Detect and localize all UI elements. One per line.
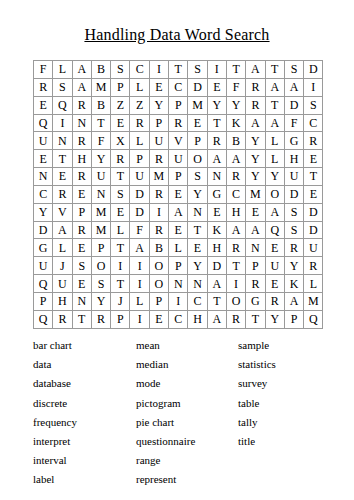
grid-cell-r4c8: R [168, 114, 187, 132]
grid-cell-r2c13: A [265, 78, 284, 96]
word-list-item: survey [238, 374, 333, 393]
grid-cell-r13c12: R [245, 274, 264, 292]
grid-cell-r11c15: U [303, 238, 322, 256]
grid-cell-r14c9: C [187, 292, 206, 310]
grid-cell-r1c10: I [207, 60, 226, 78]
grid-cell-r5c13: L [265, 131, 284, 149]
grid-cell-r5c15: R [303, 131, 322, 149]
grid-cell-r14c14: A [284, 292, 303, 310]
grid-cell-r14c8: I [168, 292, 187, 310]
grid-cell-r8c13: O [265, 185, 284, 203]
grid-cell-r13c13: E [265, 274, 284, 292]
grid-cell-r9c14: S [284, 203, 303, 221]
grid-cell-r1c4: B [91, 60, 110, 78]
grid-cell-r7c13: Y [265, 167, 284, 185]
grid-cell-r2c11: F [226, 78, 245, 96]
grid-cell-r9c9: N [187, 203, 206, 221]
grid-cell-r10c6: F [129, 221, 148, 239]
grid-cell-r12c7: O [149, 256, 168, 274]
grid-cell-r10c10: K [207, 221, 226, 239]
grid-cell-r6c4: Y [91, 149, 110, 167]
grid-cell-r8c8: E [168, 185, 187, 203]
grid-cell-r7c12: Y [245, 167, 264, 185]
word-list-item: data [33, 355, 136, 374]
grid-cell-r3c8: P [168, 96, 187, 114]
grid-cell-r7c15: T [303, 167, 322, 185]
word-list-item: frequency [33, 413, 136, 432]
grid-cell-r15c7: E [149, 310, 168, 328]
grid-cell-r13c5: T [110, 274, 129, 292]
page-title: Handling Data Word Search [0, 26, 354, 44]
grid-cell-r3c9: M [187, 96, 206, 114]
word-list-item: pie chart [136, 413, 238, 432]
grid-cell-r4c3: N [72, 114, 91, 132]
grid-cell-r8c5: S [110, 185, 129, 203]
grid-cell-r5c2: N [52, 131, 71, 149]
grid-cell-r7c8: P [168, 167, 187, 185]
grid-cell-r7c1: N [33, 167, 52, 185]
word-list-item: database [33, 374, 136, 393]
grid-cell-r3c15: S [303, 96, 322, 114]
grid-cell-r1c5: S [110, 60, 129, 78]
word-list-item: range [136, 451, 238, 470]
grid-cell-r4c6: R [129, 114, 148, 132]
grid-cell-r14c3: N [72, 292, 91, 310]
grid-cell-r15c4: R [91, 310, 110, 328]
grid-cell-r9c5: E [110, 203, 129, 221]
grid-cell-r8c6: D [129, 185, 148, 203]
grid-cell-r2c9: D [187, 78, 206, 96]
grid-cell-r1c15: D [303, 60, 322, 78]
grid-cell-r10c3: R [72, 221, 91, 239]
grid-cell-r13c3: E [72, 274, 91, 292]
grid-cell-r14c10: T [207, 292, 226, 310]
grid-cell-r8c11: C [226, 185, 245, 203]
worksheet-page: Handling Data Word Search FLABSCITSITATS… [0, 0, 354, 500]
grid-cell-r12c14: Y [284, 256, 303, 274]
grid-cell-r13c8: N [168, 274, 187, 292]
grid-cell-r7c7: M [149, 167, 168, 185]
grid-cell-r8c1: C [33, 185, 52, 203]
grid-cell-r5c14: G [284, 131, 303, 149]
grid-cell-r2c14: A [284, 78, 303, 96]
grid-cell-r8c14: D [284, 185, 303, 203]
grid-cell-r15c11: R [226, 310, 245, 328]
grid-cell-r12c2: J [52, 256, 71, 274]
grid-cell-r12c8: P [168, 256, 187, 274]
grid-cell-r5c1: U [33, 131, 52, 149]
grid-cell-r13c15: L [303, 274, 322, 292]
grid-cell-r4c4: T [91, 114, 110, 132]
grid-cell-r1c12: A [245, 60, 264, 78]
grid-cell-r1c7: I [149, 60, 168, 78]
grid-cell-r4c7: P [149, 114, 168, 132]
grid-cell-r15c3: T [72, 310, 91, 328]
grid-cell-r14c2: H [52, 292, 71, 310]
word-search-grid: FLABSCITSITATSDRSAMPLECDEFRAAIEQRBZZYPMY… [33, 60, 323, 329]
word-list-item: mean [136, 336, 238, 355]
grid-cell-r2c10: E [207, 78, 226, 96]
grid-cell-r6c15: E [303, 149, 322, 167]
grid-cell-r6c12: Y [245, 149, 264, 167]
grid-cell-r7c11: R [226, 167, 245, 185]
grid-cell-r3c6: Z [129, 96, 148, 114]
grid-cell-r3c1: E [33, 96, 52, 114]
grid-cell-r14c13: R [265, 292, 284, 310]
grid-cell-r10c7: R [149, 221, 168, 239]
grid-cell-r3c11: Y [226, 96, 245, 114]
grid-cell-r2c1: R [33, 78, 52, 96]
grid-cell-r10c8: E [168, 221, 187, 239]
grid-cell-r15c8: C [168, 310, 187, 328]
word-list-item: table [238, 394, 333, 413]
word-list-item: bar chart [33, 336, 136, 355]
grid-cell-r14c11: O [226, 292, 245, 310]
grid-cell-r5c6: L [129, 131, 148, 149]
grid-cell-r2c4: M [91, 78, 110, 96]
grid-cell-r6c14: H [284, 149, 303, 167]
grid-cell-r2c5: P [110, 78, 129, 96]
grid-cell-r6c13: L [265, 149, 284, 167]
grid-cell-r9c6: D [129, 203, 148, 221]
grid-cell-r6c2: T [52, 149, 71, 167]
grid-cell-r6c5: R [110, 149, 129, 167]
grid-cell-r11c4: P [91, 238, 110, 256]
grid-cell-r4c10: T [207, 114, 226, 132]
grid-cell-r12c6: I [129, 256, 148, 274]
grid-cell-r12c11: T [226, 256, 245, 274]
grid-cell-r4c14: F [284, 114, 303, 132]
grid-cell-r4c1: Q [33, 114, 52, 132]
grid-cell-r15c5: P [110, 310, 129, 328]
grid-cell-r10c9: T [187, 221, 206, 239]
grid-cell-r4c9: E [187, 114, 206, 132]
grid-cell-r15c14: P [284, 310, 303, 328]
grid-cell-r6c11: A [226, 149, 245, 167]
grid-cell-r13c14: K [284, 274, 303, 292]
grid-cell-r3c2: Q [52, 96, 71, 114]
grid-cell-r4c5: E [110, 114, 129, 132]
grid-cell-r2c15: I [303, 78, 322, 96]
grid-cell-r8c2: R [52, 185, 71, 203]
word-list-item: interpret [33, 432, 136, 451]
grid-cell-r9c3: P [72, 203, 91, 221]
word-list-item: sample [238, 336, 333, 355]
grid-cell-r9c8: A [168, 203, 187, 221]
grid-cell-r5c11: B [226, 131, 245, 149]
grid-cell-r1c14: S [284, 60, 303, 78]
word-list-item: pictogram [136, 394, 238, 413]
grid-cell-r10c5: L [110, 221, 129, 239]
grid-cell-r1c1: F [33, 60, 52, 78]
grid-cell-r2c12: R [245, 78, 264, 96]
grid-cell-r6c10: A [207, 149, 226, 167]
word-list-item: tally [238, 413, 333, 432]
grid-cell-r6c6: P [129, 149, 148, 167]
grid-cell-r8c12: M [245, 185, 264, 203]
grid-cell-r13c4: S [91, 274, 110, 292]
grid-cell-r6c8: U [168, 149, 187, 167]
grid-cell-r7c10: N [207, 167, 226, 185]
word-list-item: discrete [33, 394, 136, 413]
grid-cell-r2c6: L [129, 78, 148, 96]
grid-cell-r11c5: T [110, 238, 129, 256]
grid-cell-r12c5: I [110, 256, 129, 274]
grid-cell-r12c15: R [303, 256, 322, 274]
word-list-item: represent [136, 470, 238, 489]
grid-cell-r7c4: U [91, 167, 110, 185]
word-list-item: title [238, 432, 333, 451]
grid-cell-r9c7: I [149, 203, 168, 221]
grid-cell-r10c13: Q [265, 221, 284, 239]
grid-cell-r9c13: A [265, 203, 284, 221]
grid-cell-r15c12: T [245, 310, 264, 328]
grid-cell-r11c9: E [187, 238, 206, 256]
grid-cell-r12c3: S [72, 256, 91, 274]
grid-cell-r1c6: C [129, 60, 148, 78]
word-list-column-2: meanmedianmodepictogrampie chartquestion… [136, 336, 238, 490]
grid-cell-r8c15: E [303, 185, 322, 203]
grid-cell-r10c2: A [52, 221, 71, 239]
grid-cell-r4c12: A [245, 114, 264, 132]
grid-cell-r11c6: A [129, 238, 148, 256]
grid-cell-r7c6: U [129, 167, 148, 185]
grid-cell-r5c4: F [91, 131, 110, 149]
grid-cell-r9c10: E [207, 203, 226, 221]
word-list-column-1: bar chartdatadatabasediscretefrequencyin… [33, 336, 136, 490]
grid-cell-r12c9: Y [187, 256, 206, 274]
grid-cell-r1c13: T [265, 60, 284, 78]
grid-cell-r8c9: Y [187, 185, 206, 203]
grid-cell-r5c3: R [72, 131, 91, 149]
grid-cell-r8c3: E [72, 185, 91, 203]
grid-cell-r3c7: Y [149, 96, 168, 114]
grid-cell-r11c14: R [284, 238, 303, 256]
grid-cell-r6c7: R [149, 149, 168, 167]
grid-cell-r11c12: N [245, 238, 264, 256]
grid-cell-r12c1: U [33, 256, 52, 274]
word-list: bar chartdatadatabasediscretefrequencyin… [33, 336, 333, 490]
grid-cell-r11c2: L [52, 238, 71, 256]
grid-cell-r9c12: E [245, 203, 264, 221]
grid-cell-r9c1: Y [33, 203, 52, 221]
grid-cell-r7c9: S [187, 167, 206, 185]
grid-cell-r15c2: R [52, 310, 71, 328]
grid-cell-r6c9: O [187, 149, 206, 167]
grid-cell-r1c3: A [72, 60, 91, 78]
grid-cell-r9c15: D [303, 203, 322, 221]
grid-cell-r1c2: L [52, 60, 71, 78]
grid-cell-r10c12: A [245, 221, 264, 239]
grid-cell-r8c10: G [207, 185, 226, 203]
grid-cell-r10c15: D [303, 221, 322, 239]
grid-cell-r3c14: D [284, 96, 303, 114]
grid-cell-r15c10: A [207, 310, 226, 328]
grid-cell-r2c7: E [149, 78, 168, 96]
word-list-item: interval [33, 451, 136, 470]
grid-cell-r6c3: H [72, 149, 91, 167]
grid-cell-r15c13: Y [265, 310, 284, 328]
grid-cell-r9c11: H [226, 203, 245, 221]
grid-cell-r6c1: E [33, 149, 52, 167]
grid-cell-r4c11: K [226, 114, 245, 132]
grid-cell-r13c7: O [149, 274, 168, 292]
grid-cell-r14c12: G [245, 292, 264, 310]
grid-cell-r11c3: E [72, 238, 91, 256]
grid-cell-r14c1: P [33, 292, 52, 310]
grid-cell-r2c2: S [52, 78, 71, 96]
grid-cell-r8c4: N [91, 185, 110, 203]
grid-cell-r11c13: E [265, 238, 284, 256]
grid-cell-r4c15: C [303, 114, 322, 132]
grid-cell-r3c3: R [72, 96, 91, 114]
grid-cell-r1c8: T [168, 60, 187, 78]
grid-cell-r7c5: T [110, 167, 129, 185]
grid-cell-r4c13: A [265, 114, 284, 132]
grid-cell-r1c11: T [226, 60, 245, 78]
grid-cell-r11c10: H [207, 238, 226, 256]
grid-cell-r1c9: S [187, 60, 206, 78]
grid-cell-r12c12: P [245, 256, 264, 274]
word-list-item: median [136, 355, 238, 374]
grid-cell-r13c2: U [52, 274, 71, 292]
grid-cell-r5c9: P [187, 131, 206, 149]
grid-cell-r13c11: I [226, 274, 245, 292]
grid-cell-r9c4: M [91, 203, 110, 221]
grid-cell-r14c7: P [149, 292, 168, 310]
grid-cell-r5c8: V [168, 131, 187, 149]
grid-cell-r10c11: A [226, 221, 245, 239]
grid-cell-r14c4: Y [91, 292, 110, 310]
word-list-item: statistics [238, 355, 333, 374]
grid-cell-r7c14: U [284, 167, 303, 185]
grid-cell-r10c14: S [284, 221, 303, 239]
grid-cell-r12c13: U [265, 256, 284, 274]
grid-cell-r3c13: T [265, 96, 284, 114]
grid-cell-r9c2: V [52, 203, 71, 221]
grid-cell-r2c3: A [72, 78, 91, 96]
grid-cell-r11c8: L [168, 238, 187, 256]
grid-cell-r13c10: A [207, 274, 226, 292]
grid-cell-r3c10: Y [207, 96, 226, 114]
grid-cell-r5c12: Y [245, 131, 264, 149]
grid-cell-r10c1: D [33, 221, 52, 239]
grid-cell-r13c6: I [129, 274, 148, 292]
grid-cell-r15c1: Q [33, 310, 52, 328]
grid-cell-r7c2: E [52, 167, 71, 185]
grid-cell-r11c1: G [33, 238, 52, 256]
grid-cell-r5c7: U [149, 131, 168, 149]
grid-cell-r10c4: M [91, 221, 110, 239]
grid-cell-r11c11: R [226, 238, 245, 256]
grid-cell-r3c4: B [91, 96, 110, 114]
grid-cell-r14c5: J [110, 292, 129, 310]
grid-cell-r13c1: Q [33, 274, 52, 292]
grid-cell-r2c8: C [168, 78, 187, 96]
grid-cell-r14c15: M [303, 292, 322, 310]
grid-cell-r14c6: L [129, 292, 148, 310]
grid-cell-r7c3: R [72, 167, 91, 185]
grid-cell-r5c10: R [207, 131, 226, 149]
grid-cell-r12c10: D [207, 256, 226, 274]
grid-cell-r8c7: R [149, 185, 168, 203]
grid-cell-r15c6: I [129, 310, 148, 328]
grid-cell-r15c9: H [187, 310, 206, 328]
word-list-item: questionnaire [136, 432, 238, 451]
word-list-item: mode [136, 374, 238, 393]
grid-cell-r3c5: Z [110, 96, 129, 114]
grid-cell-r12c4: O [91, 256, 110, 274]
grid-cell-r3c12: R [245, 96, 264, 114]
grid-cell-r4c2: I [52, 114, 71, 132]
word-list-column-3: samplestatisticssurveytabletallytitle [238, 336, 333, 490]
grid-cell-r5c5: X [110, 131, 129, 149]
grid-cell-r11c7: B [149, 238, 168, 256]
word-list-item: label [33, 470, 136, 489]
grid-cell-r15c15: Q [303, 310, 322, 328]
grid-cell-r13c9: N [187, 274, 206, 292]
